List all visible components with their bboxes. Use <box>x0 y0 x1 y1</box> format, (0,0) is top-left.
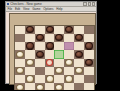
square-d7[interactable] <box>45 34 55 42</box>
square-b2[interactable] <box>25 75 35 83</box>
screenshot-stage: Checkers - New game File Edit View Game … <box>0 0 120 90</box>
square-d1[interactable] <box>45 83 55 90</box>
board[interactable] <box>15 26 94 91</box>
square-g2[interactable] <box>74 75 84 83</box>
square-f4[interactable] <box>64 59 74 67</box>
square-d2[interactable] <box>45 75 55 83</box>
menu-item-view[interactable]: View <box>22 7 31 11</box>
square-g1[interactable] <box>74 83 84 90</box>
square-b1[interactable] <box>25 83 35 90</box>
square-a1[interactable] <box>15 83 25 90</box>
black-man-d6[interactable] <box>46 42 54 49</box>
square-a7[interactable] <box>15 34 25 42</box>
white-man-a1[interactable] <box>16 84 24 90</box>
square-g6[interactable] <box>74 42 84 50</box>
white-man-g3[interactable] <box>75 67 83 74</box>
white-man-e3[interactable] <box>55 67 63 74</box>
black-man-g5[interactable] <box>75 51 83 58</box>
minimize-button[interactable] <box>83 2 87 5</box>
square-b6[interactable] <box>25 42 35 50</box>
black-man-c5[interactable] <box>36 51 44 58</box>
menu-item-help[interactable]: Help <box>55 7 64 11</box>
menu-item-options[interactable]: Options <box>42 7 55 11</box>
white-man-a3[interactable] <box>16 67 24 74</box>
square-d6[interactable] <box>45 42 55 50</box>
square-d5[interactable] <box>45 50 55 58</box>
close-button[interactable] <box>92 2 96 5</box>
black-man-d8[interactable] <box>46 26 54 33</box>
square-e8[interactable] <box>54 26 64 34</box>
square-a5[interactable] <box>15 50 25 58</box>
black-man-b6[interactable] <box>26 42 34 49</box>
square-c8[interactable] <box>35 26 45 34</box>
square-d8[interactable] <box>45 26 55 34</box>
square-e3[interactable] <box>54 67 64 75</box>
square-d4[interactable] <box>45 59 55 67</box>
menu-item-edit[interactable]: Edit <box>14 7 22 11</box>
white-man-f4[interactable] <box>65 59 73 66</box>
square-e4[interactable] <box>54 59 64 67</box>
square-h7[interactable] <box>84 34 94 42</box>
black-man-g7[interactable] <box>75 34 83 41</box>
white-man-f2[interactable] <box>65 75 73 82</box>
square-h8[interactable] <box>84 26 94 34</box>
square-c1[interactable] <box>35 83 45 90</box>
square-e2[interactable] <box>54 75 64 83</box>
square-g8[interactable] <box>74 26 84 34</box>
square-b3[interactable] <box>25 67 35 75</box>
square-e7[interactable] <box>54 34 64 42</box>
square-h1[interactable] <box>84 83 94 90</box>
white-man-b2[interactable] <box>26 75 34 82</box>
white-man-d2[interactable] <box>46 75 54 82</box>
white-man-a5[interactable] <box>16 51 24 58</box>
square-c7[interactable] <box>35 34 45 42</box>
square-g5[interactable] <box>74 50 84 58</box>
black-man-h6[interactable] <box>85 42 93 49</box>
square-f5[interactable] <box>64 50 74 58</box>
square-c6[interactable] <box>35 42 45 50</box>
square-b7[interactable] <box>25 34 35 42</box>
square-a4[interactable] <box>15 59 25 67</box>
app-window: Checkers - New game File Edit View Game … <box>5 1 97 84</box>
window-title: Checkers - New game <box>10 2 83 6</box>
black-man-e7[interactable] <box>55 34 63 41</box>
white-man-e1[interactable] <box>55 84 63 90</box>
white-man-c1[interactable] <box>36 84 44 90</box>
square-b5[interactable] <box>25 50 35 58</box>
square-h2[interactable] <box>84 75 94 83</box>
square-a2[interactable] <box>15 75 25 83</box>
square-h4[interactable] <box>84 59 94 67</box>
square-f8[interactable] <box>64 26 74 34</box>
square-g4[interactable] <box>74 59 84 67</box>
menu-item-file[interactable]: File <box>6 7 14 11</box>
menu-bar: File Edit View Game Options Help <box>6 7 96 12</box>
white-man-b4[interactable] <box>26 59 34 66</box>
square-f3[interactable] <box>64 67 74 75</box>
square-a3[interactable] <box>15 67 25 75</box>
square-f1[interactable] <box>64 83 74 90</box>
maximize-button[interactable] <box>88 2 92 5</box>
square-g7[interactable] <box>74 34 84 42</box>
black-man-h4[interactable] <box>85 59 93 66</box>
square-a6[interactable] <box>15 42 25 50</box>
square-e5[interactable] <box>54 50 64 58</box>
square-e6[interactable] <box>54 42 64 50</box>
black-man-f8[interactable] <box>65 26 73 33</box>
square-e1[interactable] <box>54 83 64 90</box>
square-b8[interactable] <box>25 26 35 34</box>
square-c5[interactable] <box>35 50 45 58</box>
menu-item-game[interactable]: Game <box>31 7 42 11</box>
square-h5[interactable] <box>84 50 94 58</box>
square-c4[interactable] <box>35 59 45 67</box>
board-frame <box>9 13 96 85</box>
square-c3[interactable] <box>35 67 45 75</box>
square-h6[interactable] <box>84 42 94 50</box>
black-man-c7[interactable] <box>36 34 44 41</box>
square-c2[interactable] <box>35 75 45 83</box>
square-f7[interactable] <box>64 34 74 42</box>
window-buttons <box>83 2 95 5</box>
app-icon <box>7 3 10 6</box>
square-h3[interactable] <box>84 67 94 75</box>
black-man-b8[interactable] <box>26 26 34 33</box>
square-d3[interactable] <box>45 67 55 75</box>
square-b4[interactable] <box>25 59 35 67</box>
square-f6[interactable] <box>64 42 74 50</box>
square-g3[interactable] <box>74 67 84 75</box>
square-f2[interactable] <box>64 75 74 83</box>
red-ring-marker <box>46 59 53 65</box>
square-a8[interactable] <box>15 26 25 34</box>
